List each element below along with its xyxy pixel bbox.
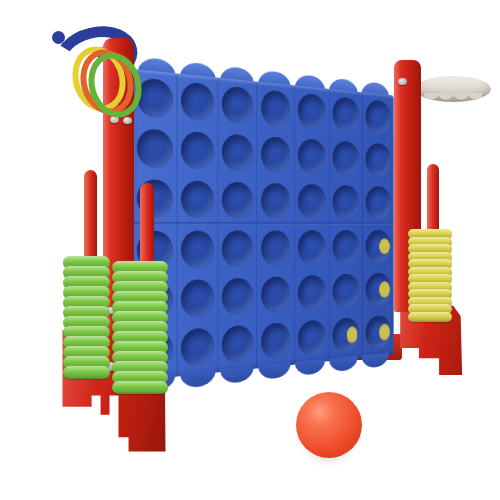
board-cell bbox=[218, 272, 257, 322]
scallop-bump bbox=[180, 370, 216, 389]
board-cell bbox=[362, 138, 394, 183]
board-cell bbox=[177, 322, 218, 375]
empty-hole bbox=[332, 274, 359, 309]
empty-hole bbox=[181, 181, 214, 219]
empty-hole bbox=[181, 230, 214, 268]
board-cell bbox=[257, 225, 294, 272]
empty-hole bbox=[261, 276, 291, 313]
empty-hole bbox=[298, 93, 326, 130]
board-cell bbox=[218, 225, 257, 274]
board-cell bbox=[294, 225, 329, 271]
screw-icon bbox=[123, 117, 132, 124]
board-cell bbox=[257, 178, 294, 225]
empty-hole bbox=[298, 275, 326, 311]
board-cell bbox=[362, 310, 394, 356]
ball bbox=[296, 392, 362, 458]
yellow-ring-stack bbox=[408, 229, 452, 322]
empty-hole bbox=[261, 136, 291, 173]
board-cell bbox=[133, 122, 177, 175]
board-cell bbox=[177, 175, 218, 225]
board-cell bbox=[294, 270, 329, 317]
scallop-bump bbox=[258, 362, 290, 380]
empty-hole bbox=[366, 99, 391, 134]
board-cell bbox=[177, 75, 218, 128]
empty-hole bbox=[298, 138, 326, 174]
toss-ring bbox=[408, 312, 452, 322]
empty-hole bbox=[261, 230, 291, 266]
empty-hole bbox=[366, 272, 391, 306]
empty-hole bbox=[222, 134, 253, 172]
empty-hole bbox=[332, 230, 359, 264]
empty-hole bbox=[181, 81, 214, 121]
board-cell bbox=[218, 176, 257, 225]
board-cell bbox=[257, 131, 294, 179]
board-cell bbox=[218, 79, 257, 130]
board-cell bbox=[329, 225, 362, 270]
empty-hole bbox=[298, 320, 326, 357]
empty-hole bbox=[181, 279, 214, 318]
board-cell bbox=[329, 135, 362, 181]
product-photo-stage bbox=[0, 0, 500, 500]
board-cell bbox=[294, 87, 329, 135]
board-cell bbox=[257, 83, 294, 133]
connect-four-board bbox=[133, 56, 394, 394]
empty-hole bbox=[181, 131, 214, 170]
board-cell bbox=[329, 269, 362, 315]
board-cell bbox=[362, 181, 394, 225]
board-grid bbox=[133, 71, 394, 379]
empty-hole bbox=[222, 85, 253, 124]
empty-hole bbox=[366, 230, 391, 263]
toss-ring bbox=[112, 381, 168, 394]
board-cell bbox=[329, 91, 362, 138]
board-cell bbox=[329, 312, 362, 359]
empty-hole bbox=[181, 328, 214, 368]
scallop-bump bbox=[329, 356, 358, 373]
empty-hole bbox=[332, 185, 359, 219]
board-cell bbox=[362, 94, 394, 140]
empty-hole bbox=[261, 183, 291, 219]
scallop-bump bbox=[362, 353, 390, 369]
board-cell bbox=[362, 225, 394, 269]
empty-hole bbox=[222, 325, 253, 364]
empty-hole bbox=[222, 278, 253, 316]
board-halves-seam bbox=[133, 222, 394, 225]
basketball-hoop-underside bbox=[424, 93, 482, 106]
empty-hole bbox=[366, 186, 391, 219]
empty-hole bbox=[332, 96, 359, 132]
empty-hole bbox=[222, 230, 253, 267]
board-cell bbox=[177, 225, 218, 275]
green-ring-stack bbox=[112, 261, 168, 394]
scallop-bump bbox=[220, 366, 254, 384]
empty-hole bbox=[332, 317, 359, 353]
ring-peg bbox=[427, 164, 439, 238]
screw-icon bbox=[398, 78, 407, 85]
board-cell bbox=[218, 319, 257, 370]
hook-tip bbox=[52, 31, 65, 44]
empty-hole bbox=[261, 89, 291, 127]
ring-peg bbox=[84, 170, 97, 265]
board-cell bbox=[257, 317, 294, 367]
toss-ring bbox=[63, 366, 110, 379]
board-cell bbox=[177, 125, 218, 176]
empty-hole bbox=[298, 184, 326, 219]
board-face bbox=[133, 69, 394, 381]
empty-hole bbox=[366, 143, 391, 177]
ring-peg bbox=[140, 183, 154, 271]
board-cell bbox=[294, 133, 329, 180]
empty-hole bbox=[222, 182, 253, 219]
board-cell bbox=[257, 271, 294, 319]
empty-hole bbox=[261, 322, 291, 360]
board-cell bbox=[294, 315, 329, 363]
empty-hole bbox=[298, 230, 326, 265]
empty-hole bbox=[137, 128, 173, 168]
empty-hole bbox=[332, 141, 359, 176]
scallop-bump bbox=[294, 359, 325, 376]
board-cell bbox=[294, 179, 329, 225]
green-ring-stack bbox=[63, 256, 110, 379]
board-cell bbox=[329, 180, 362, 225]
board-cell bbox=[177, 274, 218, 325]
board-cell bbox=[218, 128, 257, 178]
empty-hole bbox=[366, 315, 391, 350]
empty-hole bbox=[137, 77, 173, 118]
board-cell bbox=[362, 268, 394, 313]
